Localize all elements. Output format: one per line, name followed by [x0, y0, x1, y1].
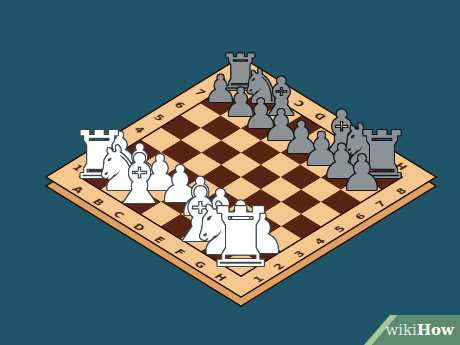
watermark-text: wikiHow — [385, 315, 454, 345]
piece-black-pawn: ♟ — [337, 149, 386, 198]
wiki-label: wiki — [385, 321, 417, 339]
chess-illustration: AA11BB22CC33DD44EE55FF66GG77HH88 ♜♞♟♝♟♟♟… — [0, 0, 460, 345]
piece-white-rook: ♜ — [200, 197, 282, 279]
wikihow-watermark: wikiHow — [364, 315, 460, 345]
how-label: How — [417, 321, 454, 339]
